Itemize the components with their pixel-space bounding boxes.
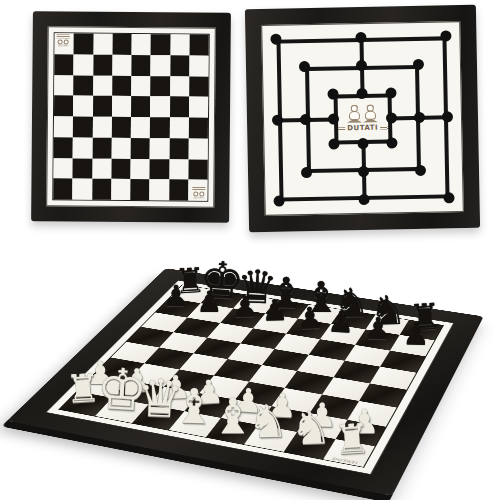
chess-grid [58, 285, 444, 468]
board-chess-3d: DUTATI ♜♚♛♝♝♞♞♜♟♟♟♟♟♟♟♟♟♟♟♟♟♟♟♟♜♚♛♝♝♞♞♜ [0, 0, 500, 500]
chess-field: DUTATI [45, 280, 454, 475]
chess-board-surface: DUTATI [7, 268, 484, 496]
product-photo-stage: DUTATIDUTATI DUTATI [0, 0, 500, 500]
